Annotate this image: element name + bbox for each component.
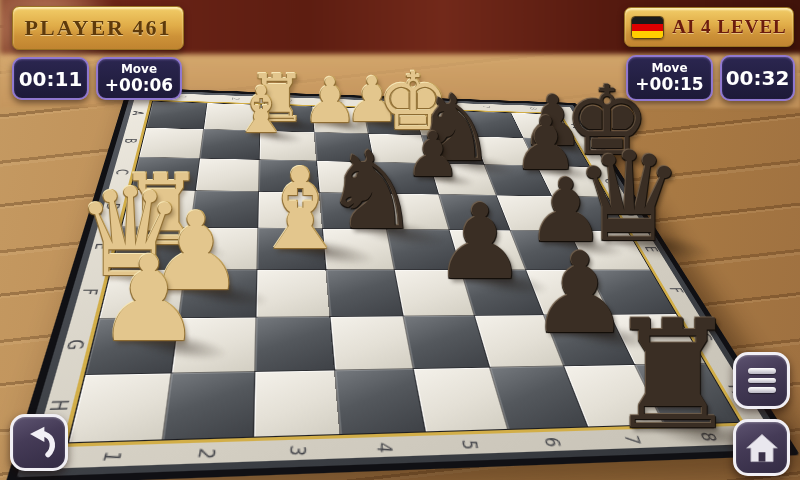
coordinate-label-4: 4 [375,435,397,460]
ai-level-label: AI 4 LEVEL [672,16,787,38]
square-g3[interactable] [255,317,336,373]
home-button[interactable] [733,419,790,476]
germany-flag-icon [631,16,664,39]
coordinate-label-5: 5 [459,433,483,458]
square-f3[interactable] [256,270,331,317]
player-move-time: +00:06 [105,76,173,95]
player-move-timer: Move +00:06 [96,57,182,100]
home-icon [745,431,779,465]
coordinate-label-A: A [130,108,147,117]
undo-button[interactable] [10,414,68,471]
player-move-label: Move [121,63,157,76]
undo-arrow-icon [21,425,57,461]
square-h4[interactable] [336,369,426,434]
black-pawn-f6[interactable]: ♟ [433,190,526,294]
ai-clock-time: 00:32 [726,66,790,90]
ai-clock: 00:32 [720,55,795,101]
player-name-banner: PLAYER 461 [12,6,184,50]
coordinate-label-B: B [122,136,140,146]
square-h2[interactable] [163,372,255,439]
white-pawn-h2[interactable]: ♟ [96,240,202,358]
black-rook-h8[interactable]: ♜ [606,300,740,450]
player-clock-time: 00:11 [19,67,83,91]
player-clock: 00:11 [12,57,89,100]
hamburger-menu-icon [748,368,776,393]
coordinate-label-2: 2 [193,441,221,468]
white-bishop-f3[interactable]: ♝ [250,153,350,265]
square-h1[interactable] [69,374,171,443]
player-name-label: PLAYER 461 [25,15,172,41]
square-a1[interactable] [146,101,207,129]
square-g4[interactable] [331,316,414,371]
square-h3[interactable] [253,371,341,437]
ai-level-banner: AI 4 LEVEL [624,7,794,47]
ai-move-time: +00:15 [635,75,703,94]
ai-move-timer: Move +00:15 [626,55,713,101]
white-bishop-a1[interactable]: ♝ [232,78,289,142]
menu-button[interactable] [733,352,790,409]
white-pawn-a3[interactable]: ♟ [302,70,358,132]
square-f4[interactable] [327,270,404,317]
coordinate-label-3: 3 [286,438,311,464]
